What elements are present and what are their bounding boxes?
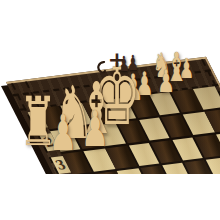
product-photo: 123 ♟♟♞♟♝♟♟♟♚♝♞♜♟♟+	[0, 0, 220, 220]
checker-grid	[39, 86, 220, 174]
photo-crop-area: 123 ♟♟♞♟♝♟♟♟♚♝♞♜♟♟+	[0, 0, 220, 174]
box-clasp-icon	[95, 61, 107, 77]
